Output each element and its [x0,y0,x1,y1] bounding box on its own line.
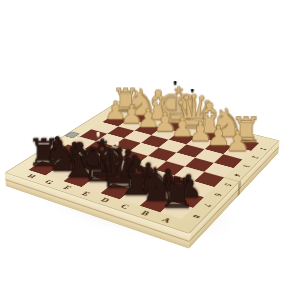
finial-icon [190,87,193,93]
piece-white-pawn-a2: ♟ [217,127,257,155]
chess-set-photo: HGFEDCBA87654321♜♞♝♚♛♝♞♜♟♟♟♟♟♟♟♟♟♟♟♟♟♟♟♟… [0,0,300,300]
piece-black-rook-a8: ♜ [154,173,200,214]
finial-icon [115,139,118,146]
finial-icon [96,130,99,136]
